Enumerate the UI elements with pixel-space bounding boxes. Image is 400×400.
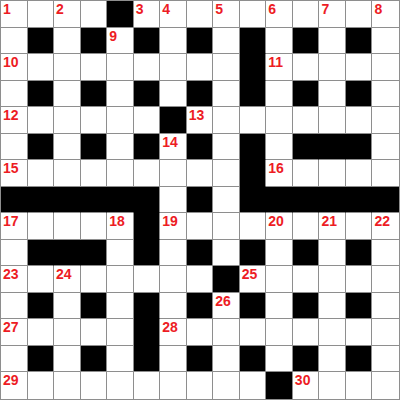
cell-r13c12[interactable] [319,346,346,373]
black-cell-r7c12 [319,187,346,214]
cell-r12c10[interactable] [266,319,293,346]
black-cell-r1c3 [81,28,108,55]
black-cell-r3c5 [134,81,161,108]
cell-r2c2[interactable] [54,54,81,81]
cell-r1c10[interactable] [266,28,293,55]
clue-number-11: 11 [268,54,283,70]
clue-number-16: 16 [268,160,284,176]
cell-r6c13[interactable] [346,160,373,187]
cell-r5c8[interactable] [213,134,240,161]
cell-r0c5[interactable]: 3 [134,1,161,28]
cell-r4c1[interactable] [28,107,55,134]
cell-r5c10[interactable] [266,134,293,161]
cell-r3c14[interactable] [372,81,399,108]
cell-r2c14[interactable] [372,54,399,81]
cell-r12c13[interactable] [346,319,373,346]
cell-r4c14[interactable] [372,107,399,134]
black-cell-r11c9 [240,293,267,320]
black-cell-r9c3 [81,240,108,267]
clue-number-23: 23 [3,266,19,282]
cell-r4c3[interactable] [81,107,108,134]
black-cell-r13c13 [346,346,373,373]
cell-r14c12[interactable] [319,372,346,399]
cell-r4c7[interactable]: 13 [187,107,214,134]
cell-r6c10[interactable]: 16 [266,160,293,187]
cell-r6c8[interactable] [213,160,240,187]
cell-r6c12[interactable] [319,160,346,187]
crossword-grid: 1234567891011121314151617181920212223242… [0,0,400,400]
black-cell-r11c13 [346,293,373,320]
cell-r12c3[interactable] [81,319,108,346]
cell-r8c4[interactable]: 18 [107,213,134,240]
cell-r1c0[interactable] [1,28,28,55]
cell-r5c4[interactable] [107,134,134,161]
black-cell-r13c5 [134,346,161,373]
black-cell-r9c1 [28,240,55,267]
black-cell-r8c5 [134,213,161,240]
cell-r8c1[interactable] [28,213,55,240]
cell-r2c11[interactable] [293,54,320,81]
cell-r2c6[interactable] [160,54,187,81]
black-cell-r7c10 [266,187,293,214]
black-cell-r11c5 [134,293,161,320]
cell-r5c2[interactable] [54,134,81,161]
black-cell-r13c3 [81,346,108,373]
cell-r13c10[interactable] [266,346,293,373]
cell-r2c10[interactable]: 11 [266,54,293,81]
black-cell-r13c1 [28,346,55,373]
cell-r12c8[interactable] [213,319,240,346]
cell-r6c14[interactable] [372,160,399,187]
cell-r3c2[interactable] [54,81,81,108]
cell-r4c12[interactable] [319,107,346,134]
cell-r11c10[interactable] [266,293,293,320]
black-cell-r5c7 [187,134,214,161]
black-cell-r3c13 [346,81,373,108]
black-cell-r3c9 [240,81,267,108]
clue-number-12: 12 [3,107,19,123]
cell-r9c4[interactable] [107,240,134,267]
cell-r8c7[interactable] [187,213,214,240]
cell-r12c7[interactable] [187,319,214,346]
clue-number-24: 24 [56,266,72,282]
black-cell-r1c7 [187,28,214,55]
cell-r4c13[interactable] [346,107,373,134]
cell-r10c4[interactable] [107,266,134,293]
cell-r10c7[interactable] [187,266,214,293]
cell-r13c8[interactable] [213,346,240,373]
cell-r0c10[interactable]: 6 [266,1,293,28]
cell-r12c1[interactable] [28,319,55,346]
black-cell-r9c7 [187,240,214,267]
cell-r2c5[interactable] [134,54,161,81]
cell-r1c4[interactable]: 9 [107,28,134,55]
cell-r4c0[interactable]: 12 [1,107,28,134]
black-cell-r12c5 [134,319,161,346]
clue-number-20: 20 [268,213,284,229]
cell-r12c6[interactable]: 28 [160,319,187,346]
cell-r3c0[interactable] [1,81,28,108]
black-cell-r1c1 [28,28,55,55]
cell-r12c4[interactable] [107,319,134,346]
cell-r5c14[interactable] [372,134,399,161]
cell-r11c0[interactable] [1,293,28,320]
cell-r8c8[interactable] [213,213,240,240]
cell-r9c8[interactable] [213,240,240,267]
cell-r1c12[interactable] [319,28,346,55]
cell-r4c8[interactable] [213,107,240,134]
cell-r12c12[interactable] [319,319,346,346]
cell-r12c2[interactable] [54,319,81,346]
cell-r0c9[interactable] [240,1,267,28]
clue-number-30: 30 [295,372,311,388]
cell-r0c3[interactable] [81,1,108,28]
cell-r2c12[interactable] [319,54,346,81]
clue-number-14: 14 [162,134,178,150]
cell-r8c3[interactable] [81,213,108,240]
cell-r10c11[interactable] [293,266,320,293]
cell-r14c14[interactable] [372,372,399,399]
black-cell-r9c13 [346,240,373,267]
cell-r14c9[interactable] [240,372,267,399]
black-cell-r11c1 [28,293,55,320]
clue-number-27: 27 [3,319,19,335]
cell-r4c5[interactable] [134,107,161,134]
clue-number-29: 29 [3,372,19,388]
cell-r6c0[interactable]: 15 [1,160,28,187]
black-cell-r13c9 [240,346,267,373]
cell-r0c6[interactable]: 4 [160,1,187,28]
cell-r0c13[interactable] [346,1,373,28]
cell-r11c14[interactable] [372,293,399,320]
cell-r10c10[interactable] [266,266,293,293]
clue-number-8: 8 [374,1,382,17]
black-cell-r2c9 [240,54,267,81]
cell-r11c2[interactable] [54,293,81,320]
cell-r5c6[interactable]: 14 [160,134,187,161]
cell-r9c6[interactable] [160,240,187,267]
black-cell-r5c3 [81,134,108,161]
cell-r2c13[interactable] [346,54,373,81]
cell-r12c9[interactable] [240,319,267,346]
cell-r4c4[interactable] [107,107,134,134]
cell-r14c5[interactable] [134,372,161,399]
cell-r8c9[interactable] [240,213,267,240]
black-cell-r7c9 [240,187,267,214]
cell-r6c7[interactable] [187,160,214,187]
cell-r10c6[interactable] [160,266,187,293]
cell-r7c6[interactable] [160,187,187,214]
cell-r11c6[interactable] [160,293,187,320]
black-cell-r7c3 [81,187,108,214]
black-cell-r1c5 [134,28,161,55]
cell-r10c3[interactable] [81,266,108,293]
black-cell-r3c7 [187,81,214,108]
cell-r10c2[interactable]: 24 [54,266,81,293]
cell-r3c10[interactable] [266,81,293,108]
cell-r11c12[interactable] [319,293,346,320]
cell-r13c2[interactable] [54,346,81,373]
black-cell-r3c3 [81,81,108,108]
black-cell-r5c1 [28,134,55,161]
black-cell-r5c5 [134,134,161,161]
black-cell-r7c0 [1,187,28,214]
clue-number-15: 15 [3,160,19,176]
cell-r1c14[interactable] [372,28,399,55]
black-cell-r11c11 [293,293,320,320]
cell-r11c4[interactable] [107,293,134,320]
black-cell-r9c5 [134,240,161,267]
cell-r9c12[interactable] [319,240,346,267]
black-cell-r7c5 [134,187,161,214]
black-cell-r9c11 [293,240,320,267]
black-cell-r1c11 [293,28,320,55]
cell-r14c13[interactable] [346,372,373,399]
cell-r0c2[interactable]: 2 [54,1,81,28]
cell-r0c0[interactable]: 1 [1,1,28,28]
cell-r8c6[interactable]: 19 [160,213,187,240]
clue-number-28: 28 [162,319,178,335]
cell-r8c2[interactable] [54,213,81,240]
black-cell-r7c7 [187,187,214,214]
clue-number-7: 7 [321,1,329,17]
clue-number-1: 1 [3,1,11,17]
cell-r14c1[interactable] [28,372,55,399]
cell-r14c6[interactable] [160,372,187,399]
cell-r8c14[interactable]: 22 [372,213,399,240]
cell-r6c3[interactable] [81,160,108,187]
black-cell-r13c11 [293,346,320,373]
cell-r2c1[interactable] [28,54,55,81]
cell-r8c12[interactable]: 21 [319,213,346,240]
cell-r14c2[interactable] [54,372,81,399]
cell-r2c8[interactable] [213,54,240,81]
cell-r0c1[interactable] [28,1,55,28]
black-cell-r7c11 [293,187,320,214]
black-cell-r7c14 [372,187,399,214]
cell-r3c4[interactable] [107,81,134,108]
cell-r2c3[interactable] [81,54,108,81]
cell-r13c14[interactable] [372,346,399,373]
cell-r7c8[interactable] [213,187,240,214]
clue-number-21: 21 [321,213,337,229]
cell-r14c7[interactable] [187,372,214,399]
cell-r10c14[interactable] [372,266,399,293]
black-cell-r14c10 [266,372,293,399]
cell-r6c1[interactable] [28,160,55,187]
clue-number-9: 9 [109,28,117,44]
clue-number-18: 18 [109,213,125,229]
clue-number-2: 2 [56,1,64,17]
cell-r4c2[interactable] [54,107,81,134]
cell-r0c8[interactable]: 5 [213,1,240,28]
cell-r9c0[interactable] [1,240,28,267]
cell-r2c4[interactable] [107,54,134,81]
black-cell-r9c9 [240,240,267,267]
cell-r5c0[interactable] [1,134,28,161]
clue-number-17: 17 [3,213,19,229]
cell-r10c13[interactable] [346,266,373,293]
cell-r4c11[interactable] [293,107,320,134]
cell-r8c13[interactable] [346,213,373,240]
black-cell-r5c9 [240,134,267,161]
cell-r14c3[interactable] [81,372,108,399]
black-cell-r6c9 [240,160,267,187]
clue-number-4: 4 [162,1,170,17]
black-cell-r5c12 [319,134,346,161]
black-cell-r3c11 [293,81,320,108]
cell-r10c0[interactable]: 23 [1,266,28,293]
cell-r6c4[interactable] [107,160,134,187]
black-cell-r13c7 [187,346,214,373]
cell-r10c5[interactable] [134,266,161,293]
black-cell-r4c6 [160,107,187,134]
black-cell-r1c9 [240,28,267,55]
cell-r0c14[interactable]: 8 [372,1,399,28]
cell-r10c1[interactable] [28,266,55,293]
cell-r3c6[interactable] [160,81,187,108]
cell-r9c10[interactable] [266,240,293,267]
clue-number-6: 6 [268,1,276,17]
cell-r10c9[interactable]: 25 [240,266,267,293]
cell-r4c10[interactable] [266,107,293,134]
cell-r6c11[interactable] [293,160,320,187]
clue-number-3: 3 [136,1,144,17]
black-cell-r5c13 [346,134,373,161]
cell-r12c11[interactable] [293,319,320,346]
cell-r1c2[interactable] [54,28,81,55]
black-cell-r9c2 [54,240,81,267]
cell-r3c12[interactable] [319,81,346,108]
black-cell-r0c4 [107,1,134,28]
cell-r8c10[interactable]: 20 [266,213,293,240]
cell-r1c8[interactable] [213,28,240,55]
cell-r6c5[interactable] [134,160,161,187]
black-cell-r3c1 [28,81,55,108]
black-cell-r5c11 [293,134,320,161]
cell-r0c7[interactable] [187,1,214,28]
black-cell-r11c7 [187,293,214,320]
clue-number-22: 22 [374,213,390,229]
black-cell-r1c13 [346,28,373,55]
cell-r0c12[interactable]: 7 [319,1,346,28]
cell-r8c11[interactable] [293,213,320,240]
black-cell-r7c2 [54,187,81,214]
clue-number-5: 5 [215,1,223,17]
cell-r6c2[interactable] [54,160,81,187]
cell-r14c11[interactable]: 30 [293,372,320,399]
cell-r6c6[interactable] [160,160,187,187]
black-cell-r7c13 [346,187,373,214]
black-cell-r7c4 [107,187,134,214]
cell-r12c0[interactable]: 27 [1,319,28,346]
cell-r4c9[interactable] [240,107,267,134]
clue-number-26: 26 [215,293,231,309]
cell-r9c14[interactable] [372,240,399,267]
cell-r14c8[interactable] [213,372,240,399]
cell-r2c0[interactable]: 10 [1,54,28,81]
cell-r13c0[interactable] [1,346,28,373]
cell-r3c8[interactable] [213,81,240,108]
cell-r10c12[interactable] [319,266,346,293]
cell-r14c0[interactable]: 29 [1,372,28,399]
cell-r1c6[interactable] [160,28,187,55]
clue-number-25: 25 [242,266,258,282]
cell-r13c4[interactable] [107,346,134,373]
page: 1234567891011121314151617181920212223242… [0,0,400,400]
black-cell-r11c3 [81,293,108,320]
cell-r0c11[interactable] [293,1,320,28]
clue-number-13: 13 [189,107,205,123]
clue-number-19: 19 [162,213,178,229]
cell-r11c8[interactable]: 26 [213,293,240,320]
cell-r8c0[interactable]: 17 [1,213,28,240]
clue-number-10: 10 [3,54,19,70]
black-cell-r7c1 [28,187,55,214]
cell-r14c4[interactable] [107,372,134,399]
cell-r2c7[interactable] [187,54,214,81]
cell-r12c14[interactable] [372,319,399,346]
cell-r13c6[interactable] [160,346,187,373]
black-cell-r10c8 [213,266,240,293]
